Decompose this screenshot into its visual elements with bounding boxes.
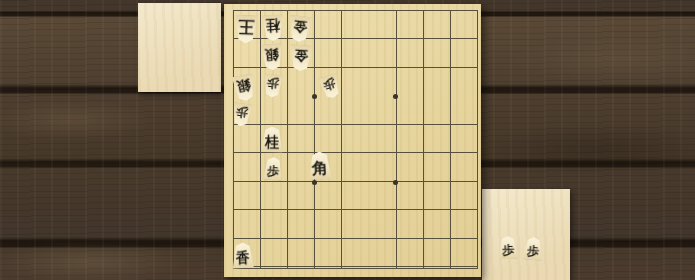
piece-kanji-gold: 金	[292, 15, 308, 33]
piece-kanji-gold: 金	[294, 45, 309, 63]
piece-kanji-pawn: 歩	[267, 74, 281, 90]
piece-kanji-silver: 銀	[264, 44, 279, 62]
star-point	[312, 94, 317, 99]
star-point	[393, 94, 398, 99]
piece-kanji-knight: 桂	[265, 15, 280, 33]
gote-piece-stand	[138, 3, 221, 92]
piece-kanji-pawn: 歩	[526, 245, 539, 261]
piece-kanji-pawn: 歩	[266, 165, 279, 181]
piece-kanji-king: 王	[238, 15, 255, 35]
piece-kanji-pawn: 歩	[502, 244, 515, 259]
piece-kanji-silver: 銀	[235, 74, 252, 93]
sente-piece-stand	[482, 189, 570, 280]
piece-kanji-bishop: 角	[312, 160, 329, 180]
shogi-photo-scene: 王桂金銀金銀歩歩歩桂歩角香歩歩	[0, 0, 695, 280]
piece-kanji-pawn: 歩	[235, 103, 249, 120]
piece-kanji-lance: 香	[236, 251, 251, 268]
star-point	[393, 180, 398, 185]
piece-kanji-knight: 桂	[265, 135, 279, 152]
star-point	[312, 180, 317, 185]
